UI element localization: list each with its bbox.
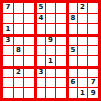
sudoku-board: 75248139851236719 <box>0 0 101 101</box>
cell-r9c5[interactable] <box>46 88 56 98</box>
cell-r8c1[interactable] <box>3 78 13 88</box>
cell-r2c9[interactable] <box>88 14 98 24</box>
cell-r2c7[interactable]: 8 <box>67 14 77 24</box>
cell-r9c8[interactable]: 1 <box>78 88 88 98</box>
cell-r7c6[interactable] <box>56 67 66 77</box>
cell-r3c7[interactable] <box>67 24 77 34</box>
cell-r5c8[interactable] <box>78 46 88 56</box>
cell-r2c5[interactable] <box>46 14 56 24</box>
cell-r4c8[interactable] <box>78 35 88 45</box>
cell-r6c7[interactable] <box>67 56 77 66</box>
cell-r8c8[interactable] <box>78 78 88 88</box>
cell-r7c2[interactable]: 2 <box>14 67 24 77</box>
cell-r4c1[interactable]: 3 <box>3 35 13 45</box>
cell-r1c4[interactable]: 5 <box>35 3 45 13</box>
cell-r4c6[interactable] <box>56 35 66 45</box>
cell-r9c7[interactable] <box>67 88 77 98</box>
cell-r9c6[interactable] <box>56 88 66 98</box>
cell-r2c3[interactable] <box>24 14 34 24</box>
cell-r9c2[interactable] <box>14 88 24 98</box>
cell-r3c3[interactable] <box>24 24 34 34</box>
cell-r1c7[interactable] <box>67 3 77 13</box>
cell-r5c9[interactable] <box>88 46 98 56</box>
cell-r9c4[interactable] <box>35 88 45 98</box>
cell-r4c4[interactable] <box>35 35 45 45</box>
cell-r6c3[interactable] <box>24 56 34 66</box>
cell-r6c8[interactable] <box>78 56 88 66</box>
cell-r9c1[interactable] <box>3 88 13 98</box>
cell-r5c7[interactable]: 5 <box>67 46 77 56</box>
cell-r1c8[interactable]: 2 <box>78 3 88 13</box>
cell-r4c3[interactable] <box>24 35 34 45</box>
cell-r7c4[interactable]: 3 <box>35 67 45 77</box>
cell-r6c1[interactable] <box>3 56 13 66</box>
cell-r8c2[interactable] <box>14 78 24 88</box>
cell-r9c9[interactable]: 9 <box>88 88 98 98</box>
cell-r5c5[interactable] <box>46 46 56 56</box>
cell-r3c1[interactable]: 1 <box>3 24 13 34</box>
cell-r7c9[interactable] <box>88 67 98 77</box>
cell-r1c1[interactable]: 7 <box>3 3 13 13</box>
cell-r8c9[interactable]: 7 <box>88 78 98 88</box>
cell-r6c2[interactable] <box>14 56 24 66</box>
cell-r7c7[interactable] <box>67 67 77 77</box>
cell-r3c4[interactable] <box>35 24 45 34</box>
cell-r2c2[interactable] <box>14 14 24 24</box>
cell-r1c3[interactable] <box>24 3 34 13</box>
cell-r7c3[interactable] <box>24 67 34 77</box>
cell-r3c8[interactable] <box>78 24 88 34</box>
cell-r8c6[interactable] <box>56 78 66 88</box>
cell-r1c9[interactable] <box>88 3 98 13</box>
cell-r7c1[interactable] <box>3 67 13 77</box>
cell-r5c1[interactable] <box>3 46 13 56</box>
cell-r6c4[interactable] <box>35 56 45 66</box>
cell-r8c3[interactable] <box>24 78 34 88</box>
cell-r4c7[interactable] <box>67 35 77 45</box>
cell-r5c6[interactable] <box>56 46 66 56</box>
cell-r7c5[interactable] <box>46 67 56 77</box>
cell-r6c9[interactable] <box>88 56 98 66</box>
cell-r2c6[interactable] <box>56 14 66 24</box>
cell-r8c5[interactable] <box>46 78 56 88</box>
cell-r8c4[interactable] <box>35 78 45 88</box>
cell-r5c3[interactable] <box>24 46 34 56</box>
cell-r5c4[interactable] <box>35 46 45 56</box>
cell-r4c9[interactable] <box>88 35 98 45</box>
cell-r8c7[interactable]: 6 <box>67 78 77 88</box>
cell-r2c8[interactable] <box>78 14 88 24</box>
cell-r2c4[interactable]: 4 <box>35 14 45 24</box>
cell-r4c5[interactable]: 9 <box>46 35 56 45</box>
cell-r6c6[interactable] <box>56 56 66 66</box>
cell-r1c5[interactable] <box>46 3 56 13</box>
cell-r3c2[interactable] <box>14 24 24 34</box>
cell-r5c2[interactable]: 8 <box>14 46 24 56</box>
cell-r3c5[interactable] <box>46 24 56 34</box>
cell-r4c2[interactable] <box>14 35 24 45</box>
cell-r9c3[interactable] <box>24 88 34 98</box>
cell-r2c1[interactable] <box>3 14 13 24</box>
cell-r6c5[interactable]: 1 <box>46 56 56 66</box>
cell-r7c8[interactable] <box>78 67 88 77</box>
cell-r3c9[interactable] <box>88 24 98 34</box>
cell-r1c2[interactable] <box>14 3 24 13</box>
cell-r3c6[interactable] <box>56 24 66 34</box>
cell-r1c6[interactable] <box>56 3 66 13</box>
